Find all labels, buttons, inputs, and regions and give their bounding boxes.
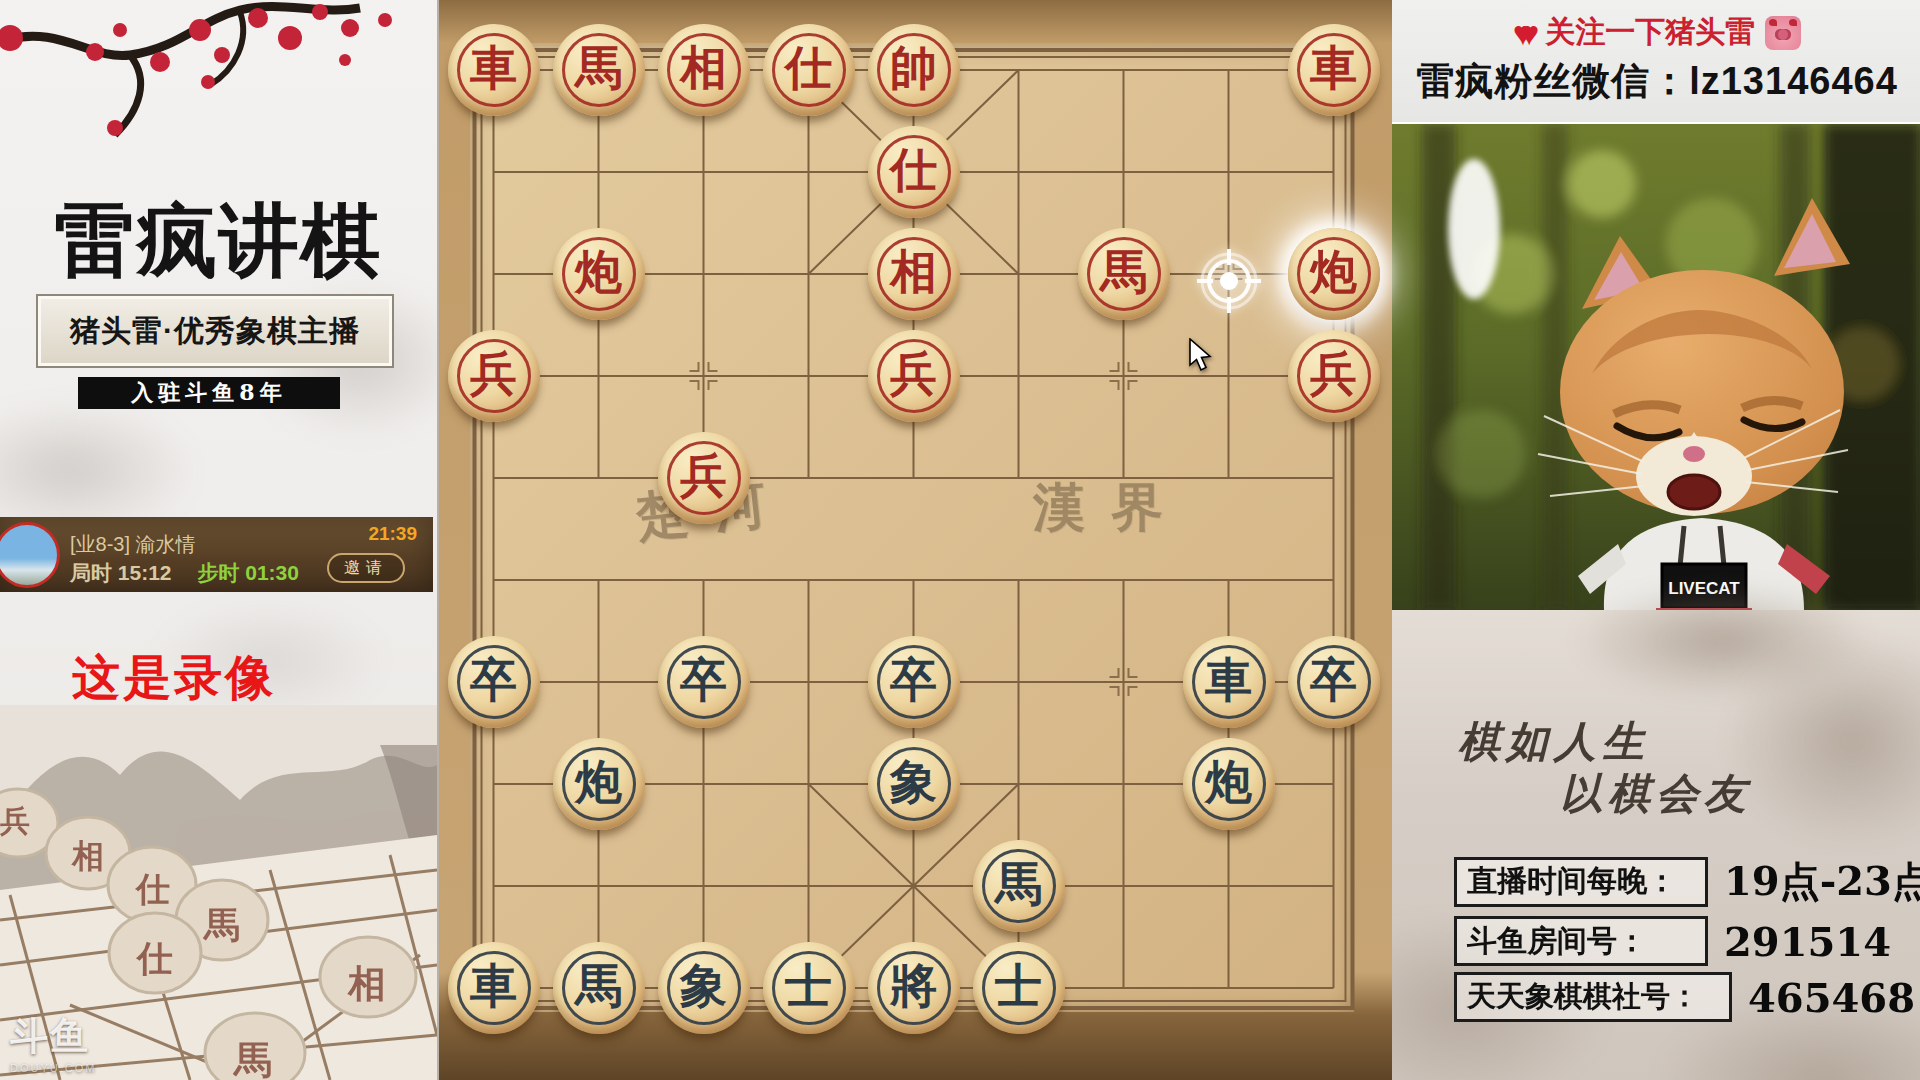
- game-video-thumbnail[interactable]: [业8-3] 渝水情 局时 15:12 步时 01:30 21:39 邀请: [0, 517, 433, 592]
- piece-red-pawn[interactable]: 兵: [868, 330, 960, 422]
- recording-note: 这是录像: [72, 646, 276, 710]
- follow-header: ♥♥关注一下猪头雷 雷疯粉丝微信：lz13146464: [1392, 0, 1920, 124]
- river-label-han: 漢界: [1033, 473, 1189, 543]
- piece-red-cannon[interactable]: 炮: [553, 228, 645, 320]
- info-label-room: 斗鱼房间号：: [1454, 916, 1708, 966]
- stream-info-panel: 棋如人生 以棋会友 直播时间每晚： 19点-23点 斗鱼房间号： 291514 …: [1392, 610, 1920, 1080]
- photo-piece-glyph: 相: [348, 959, 386, 1010]
- info-label-schedule: 直播时间每晚：: [1454, 857, 1708, 907]
- piece-black-cannon[interactable]: 炮: [1183, 738, 1275, 830]
- photo-piece-glyph: 馬: [204, 901, 240, 950]
- piece-red-pawn[interactable]: 兵: [448, 330, 540, 422]
- channel-title: 雷疯讲棋: [0, 198, 437, 282]
- piece-black-elephant[interactable]: 象: [658, 942, 750, 1034]
- subtitle-text: 猪头雷·优秀象棋主播: [70, 311, 360, 352]
- photo-piece-glyph: 兵: [0, 801, 30, 842]
- photo-piece-glyph: 馬: [234, 1035, 272, 1080]
- video-timestamp: 21:39: [368, 523, 417, 545]
- piece-black-general[interactable]: 將: [868, 942, 960, 1034]
- piece-red-general[interactable]: 帥: [868, 24, 960, 116]
- xiangqi-board-area[interactable]: 楚河 漢界 車馬相仕帥車仕炮相馬炮兵兵兵兵卒卒卒車卒炮象炮馬車馬象士將士: [439, 0, 1392, 1080]
- piece-black-rook[interactable]: 車: [448, 942, 540, 1034]
- piece-red-elephant[interactable]: 相: [658, 24, 750, 116]
- photo-piece-glyph: 仕: [137, 935, 173, 984]
- piece-red-cannon[interactable]: 炮: [1288, 228, 1380, 320]
- hearts-icon: ♥♥: [1513, 14, 1525, 52]
- piece-black-cannon[interactable]: 炮: [553, 738, 645, 830]
- piece-red-advisor[interactable]: 仕: [763, 24, 855, 116]
- cat-webcam-video: LIVECAT: [1392, 124, 1920, 610]
- info-value-club: 465468: [1748, 974, 1915, 1021]
- info-row: 天天象棋棋社号： 465468: [1454, 972, 1915, 1022]
- seniority-badge: 入驻斗鱼8年: [78, 377, 340, 409]
- clock-line: 局时 15:12 步时 01:30: [70, 559, 299, 587]
- info-row: 斗鱼房间号： 291514: [1454, 916, 1891, 966]
- piece-black-horse[interactable]: 馬: [553, 942, 645, 1034]
- mouse-cursor-icon: [1189, 338, 1215, 372]
- piece-red-advisor[interactable]: 仕: [868, 126, 960, 218]
- motto-line2: 以棋会友: [1560, 766, 1752, 822]
- douyu-logo-text: 斗鱼: [10, 1013, 90, 1058]
- piece-black-rook[interactable]: 車: [1183, 636, 1275, 728]
- board-grid: 車馬相仕帥車仕炮相馬炮兵兵兵兵卒卒卒車卒炮象炮馬車馬象士將士: [441, 19, 1386, 1039]
- cat-avatar-art: LIVECAT: [1392, 124, 1920, 610]
- stream-screen: 雷疯讲棋 猪头雷·优秀象棋主播 入驻斗鱼8年 [业8-3] 渝水情 局时 15:…: [0, 0, 1920, 1080]
- seniority-text: 入驻斗鱼8年: [131, 378, 286, 408]
- player-avatar: [0, 522, 60, 588]
- piece-black-pawn[interactable]: 卒: [868, 636, 960, 728]
- piece-red-horse[interactable]: 馬: [1078, 228, 1170, 320]
- info-value-schedule: 19点-23点: [1724, 854, 1920, 909]
- piece-red-pawn[interactable]: 兵: [658, 432, 750, 524]
- piece-black-pawn[interactable]: 卒: [1288, 636, 1380, 728]
- move-target-ring-icon: [1193, 245, 1265, 321]
- info-row: 直播时间每晚： 19点-23点: [1454, 854, 1920, 909]
- douyu-domain-text: DOUYU.COM: [10, 1062, 96, 1074]
- piece-black-pawn[interactable]: 卒: [448, 636, 540, 728]
- piece-black-elephant[interactable]: 象: [868, 738, 960, 830]
- follow-line: ♥♥关注一下猪头雷: [1392, 12, 1920, 53]
- invite-button[interactable]: 邀请: [327, 553, 405, 583]
- piece-red-horse[interactable]: 馬: [553, 24, 645, 116]
- piece-red-rook[interactable]: 車: [448, 24, 540, 116]
- player-name: [业8-3] 渝水情: [70, 531, 196, 558]
- piece-red-rook[interactable]: 車: [1288, 24, 1380, 116]
- game-time: 局时 15:12: [70, 561, 172, 584]
- piece-black-horse[interactable]: 馬: [973, 840, 1065, 932]
- photo-piece-glyph: 相: [72, 835, 104, 879]
- plum-blossom-art: [0, 0, 437, 215]
- photo-piece-glyph: 仕: [136, 867, 170, 913]
- douyu-watermark: 斗鱼 DOUYU.COM: [10, 1011, 96, 1074]
- step-time: 步时 01:30: [197, 561, 299, 584]
- piece-black-pawn[interactable]: 卒: [658, 636, 750, 728]
- piece-black-advisor[interactable]: 士: [763, 942, 855, 1034]
- motto-line1: 棋如人生: [1458, 714, 1650, 770]
- left-branding-panel: 雷疯讲棋 猪头雷·优秀象棋主播 入驻斗鱼8年 [业8-3] 渝水情 局时 15:…: [0, 0, 439, 1080]
- piece-black-advisor[interactable]: 士: [973, 942, 1065, 1034]
- info-value-room: 291514: [1724, 918, 1891, 965]
- wechat-info: 雷疯粉丝微信：lz13146464: [1392, 56, 1920, 107]
- xiangqi-photo-art: 兵 相 仕 馬 仕 相 馬 斗鱼 DOUYU.COM: [0, 705, 437, 1080]
- follow-text: 关注一下猪头雷: [1545, 15, 1755, 48]
- piece-red-pawn[interactable]: 兵: [1288, 330, 1380, 422]
- right-branding-panel: ♥♥关注一下猪头雷 雷疯粉丝微信：lz13146464: [1392, 0, 1920, 1080]
- piece-red-elephant[interactable]: 相: [868, 228, 960, 320]
- info-label-club: 天天象棋棋社号：: [1454, 972, 1732, 1022]
- subtitle-ribbon: 猪头雷·优秀象棋主播: [36, 294, 394, 368]
- pig-emoji-icon: [1765, 16, 1801, 50]
